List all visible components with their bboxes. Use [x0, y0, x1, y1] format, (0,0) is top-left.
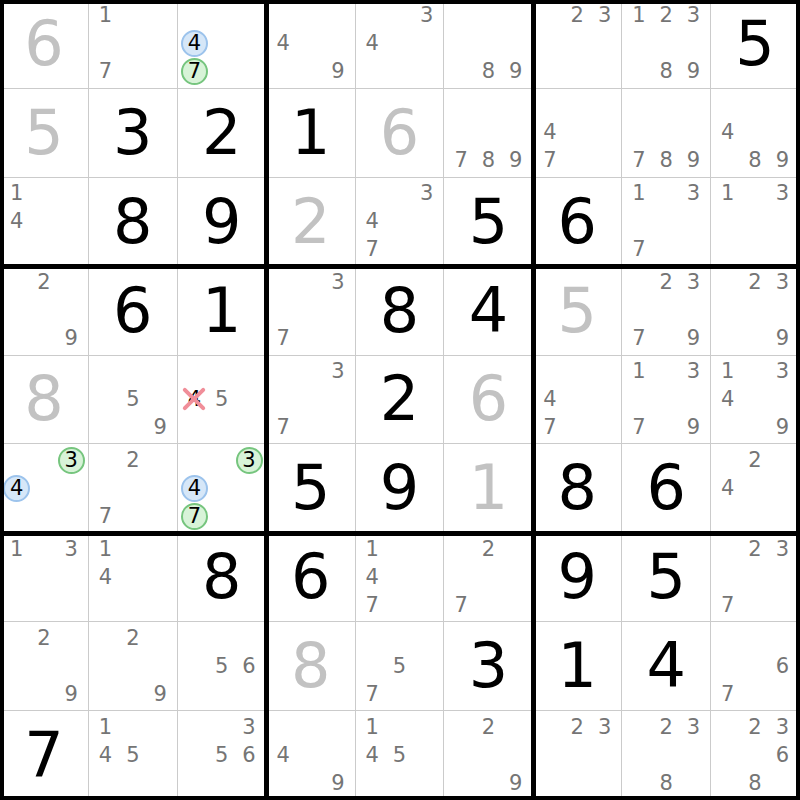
- candidate-3[interactable]: 3: [680, 358, 707, 386]
- cell-r7c3[interactable]: 8: [178, 533, 267, 622]
- solved-digit: 6: [469, 368, 508, 430]
- cell-r1c3[interactable]: 47: [178, 0, 267, 89]
- candidate-1[interactable]: 1: [92, 2, 119, 30]
- cell-r7c8[interactable]: 5: [622, 533, 711, 622]
- cell-r8c6[interactable]: 3: [444, 622, 533, 711]
- candidate-7[interactable]: 7: [270, 325, 297, 353]
- cell-r2c1[interactable]: 5: [0, 89, 89, 178]
- cell-r6c2[interactable]: 27: [89, 444, 178, 533]
- candidate-3[interactable]: 3: [680, 269, 707, 297]
- candidate-3-circled-green[interactable]: 3: [58, 447, 85, 474]
- solved-digit: 8: [24, 368, 63, 430]
- candidate-3[interactable]: 3: [591, 2, 618, 30]
- candidate-9[interactable]: 9: [502, 769, 529, 797]
- candidate-2[interactable]: 2: [653, 2, 680, 30]
- cell-r8c5[interactable]: 57: [356, 622, 445, 711]
- given-digit: 1: [291, 102, 330, 164]
- candidate-1[interactable]: 1: [714, 180, 741, 208]
- cell-r3c6[interactable]: 5: [444, 178, 533, 267]
- given-digit: 1: [202, 280, 241, 342]
- pencil-marks: 237: [711, 533, 799, 621]
- candidate-2[interactable]: 2: [741, 446, 768, 474]
- cell-r2c5[interactable]: 6: [356, 89, 445, 178]
- cell-r5c9[interactable]: 1349: [711, 356, 800, 445]
- candidate-4[interactable]: 4: [359, 563, 386, 591]
- given-digit: 8: [380, 280, 419, 342]
- candidate-4-crossed-out[interactable]: 4: [181, 386, 208, 414]
- candidate-2[interactable]: 2: [741, 535, 768, 563]
- cell-r9c6[interactable]: 29: [444, 711, 533, 800]
- cell-r5c2[interactable]: 59: [89, 356, 178, 445]
- pencil-marks: 49: [267, 0, 355, 88]
- candidate-4[interactable]: 4: [714, 386, 741, 414]
- candidate-7[interactable]: 7: [447, 591, 474, 619]
- cell-r5c7[interactable]: 47: [533, 356, 622, 445]
- cell-r5c3[interactable]: 45: [178, 356, 267, 445]
- given-digit: 5: [646, 546, 685, 608]
- given-digit: 5: [469, 191, 508, 253]
- candidate-3[interactable]: 3: [769, 713, 796, 741]
- given-digit: 4: [646, 635, 685, 697]
- candidate-1[interactable]: 1: [625, 2, 652, 30]
- solved-digit: 6: [380, 102, 419, 164]
- candidate-3[interactable]: 3: [591, 713, 618, 741]
- given-digit: 6: [646, 457, 685, 519]
- candidate-3[interactable]: 3: [413, 2, 440, 30]
- cell-r1c7[interactable]: 23: [533, 0, 622, 89]
- candidate-8[interactable]: 8: [653, 147, 680, 175]
- cell-r8c8[interactable]: 4: [622, 622, 711, 711]
- cell-r8c3[interactable]: 56: [178, 622, 267, 711]
- cell-r3c1[interactable]: 14: [0, 178, 89, 267]
- candidate-3[interactable]: 3: [324, 358, 351, 386]
- pencil-marks: 34: [356, 0, 444, 88]
- pencil-marks: 56: [178, 622, 266, 710]
- cell-r2c2[interactable]: 3: [89, 89, 178, 178]
- candidate-2[interactable]: 2: [653, 269, 680, 297]
- cell-r3c4[interactable]: 2: [267, 178, 356, 267]
- candidate-4[interactable]: 4: [92, 741, 119, 769]
- candidate-2[interactable]: 2: [475, 535, 502, 563]
- given-digit: 8: [202, 546, 241, 608]
- cell-r3c3[interactable]: 9: [178, 178, 267, 267]
- cell-r5c4[interactable]: 37: [267, 356, 356, 445]
- cell-r5c1[interactable]: 8: [0, 356, 89, 445]
- candidate-7[interactable]: 7: [625, 236, 652, 264]
- pencil-marks: 347: [178, 444, 266, 532]
- candidate-1[interactable]: 1: [359, 535, 386, 563]
- pencil-marks: 238: [622, 711, 710, 799]
- cell-r4c5[interactable]: 8: [356, 267, 445, 356]
- given-digit: 2: [380, 368, 419, 430]
- pencil-marks: 147: [356, 533, 444, 621]
- cell-r8c4[interactable]: 8: [267, 622, 356, 711]
- cell-r4c1[interactable]: 29: [0, 267, 89, 356]
- given-digit: 6: [113, 280, 152, 342]
- cell-r1c2[interactable]: 17: [89, 0, 178, 89]
- candidate-1[interactable]: 1: [359, 713, 386, 741]
- cell-r2c6[interactable]: 789: [444, 89, 533, 178]
- candidate-4[interactable]: 4: [359, 741, 386, 769]
- candidate-1[interactable]: 1: [92, 535, 119, 563]
- pencil-marks: 57: [356, 622, 444, 710]
- cell-r6c7[interactable]: 8: [533, 444, 622, 533]
- pencil-marks: 145: [89, 711, 177, 799]
- candidate-2[interactable]: 2: [564, 2, 591, 30]
- given-digit: 3: [469, 635, 508, 697]
- given-digit: 8: [558, 457, 597, 519]
- cell-r7c9[interactable]: 237: [711, 533, 800, 622]
- cell-r9c8[interactable]: 238: [622, 711, 711, 800]
- box-line-horizontal-1: [0, 264, 800, 269]
- pencil-marks: 37: [267, 267, 355, 355]
- cell-r5c6[interactable]: 6: [444, 356, 533, 445]
- cell-r9c7[interactable]: 23: [533, 711, 622, 800]
- candidate-3[interactable]: 3: [324, 269, 351, 297]
- pencil-marks: 14: [89, 533, 177, 621]
- board-border-left: [0, 0, 4, 800]
- pencil-marks: 47: [533, 89, 621, 177]
- candidate-2[interactable]: 2: [741, 269, 768, 297]
- candidate-3[interactable]: 3: [680, 713, 707, 741]
- candidate-5[interactable]: 5: [119, 386, 146, 414]
- solved-digit: 1: [469, 457, 508, 519]
- cell-r8c2[interactable]: 29: [89, 622, 178, 711]
- pencil-marks: 13: [0, 533, 88, 621]
- candidate-6[interactable]: 6: [235, 652, 262, 680]
- board-border-right: [796, 0, 800, 800]
- given-digit: 5: [735, 13, 774, 75]
- candidate-4-circled-blue[interactable]: 4: [181, 30, 208, 57]
- cell-r7c4[interactable]: 6: [267, 533, 356, 622]
- cell-r9c4[interactable]: 49: [267, 711, 356, 800]
- candidate-5[interactable]: 5: [386, 741, 413, 769]
- candidate-5[interactable]: 5: [208, 741, 235, 769]
- candidate-3-circled-green[interactable]: 3: [236, 447, 263, 474]
- cell-r7c1[interactable]: 13: [0, 533, 89, 622]
- candidate-3[interactable]: 3: [769, 269, 796, 297]
- candidate-6[interactable]: 6: [769, 741, 796, 769]
- candidate-4[interactable]: 4: [714, 119, 741, 147]
- given-digit: 9: [202, 191, 241, 253]
- cell-r9c1[interactable]: 7: [0, 711, 89, 800]
- candidate-3[interactable]: 3: [769, 180, 796, 208]
- box-line-horizontal-2: [0, 531, 800, 536]
- given-digit: 7: [24, 724, 63, 786]
- cell-r8c1[interactable]: 29: [0, 622, 89, 711]
- pencil-marks: 89: [444, 0, 532, 88]
- given-digit: 1: [558, 635, 597, 697]
- candidate-9[interactable]: 9: [502, 147, 529, 175]
- cell-r6c8[interactable]: 6: [622, 444, 711, 533]
- candidate-5[interactable]: 5: [386, 652, 413, 680]
- pencil-marks: 49: [267, 711, 355, 799]
- cell-r4c8[interactable]: 2379: [622, 267, 711, 356]
- pencil-marks: 59: [89, 356, 177, 444]
- cell-r1c8[interactable]: 12389: [622, 0, 711, 89]
- pencil-marks: 17: [89, 0, 177, 88]
- pencil-marks: 145: [356, 711, 444, 799]
- candidate-7[interactable]: 7: [625, 413, 652, 441]
- cell-r3c2[interactable]: 8: [89, 178, 178, 267]
- cell-r4c6[interactable]: 4: [444, 267, 533, 356]
- candidate-7[interactable]: 7: [625, 325, 652, 353]
- candidate-7[interactable]: 7: [92, 502, 119, 530]
- given-digit: 9: [380, 457, 419, 519]
- given-digit: 5: [291, 457, 330, 519]
- candidate-1[interactable]: 1: [625, 180, 652, 208]
- candidate-1[interactable]: 1: [3, 180, 30, 208]
- candidate-9[interactable]: 9: [58, 680, 85, 708]
- pencil-marks: 47: [178, 0, 266, 88]
- candidate-9[interactable]: 9: [680, 58, 707, 86]
- cell-r7c7[interactable]: 9: [533, 533, 622, 622]
- candidate-3[interactable]: 3: [769, 358, 796, 386]
- candidate-7-circled-green[interactable]: 7: [181, 58, 208, 85]
- pencil-marks: 2368: [711, 711, 799, 799]
- candidate-9[interactable]: 9: [680, 413, 707, 441]
- solved-digit: 2: [291, 191, 330, 253]
- cell-r7c2[interactable]: 14: [89, 533, 178, 622]
- candidate-2[interactable]: 2: [741, 713, 768, 741]
- candidate-4[interactable]: 4: [536, 119, 563, 147]
- candidate-7[interactable]: 7: [359, 236, 386, 264]
- cell-r7c5[interactable]: 147: [356, 533, 445, 622]
- candidate-1[interactable]: 1: [714, 358, 741, 386]
- pencil-marks: 29: [0, 622, 88, 710]
- cell-r4c7[interactable]: 5: [533, 267, 622, 356]
- candidate-7[interactable]: 7: [359, 680, 386, 708]
- pencil-marks: 29: [89, 622, 177, 710]
- candidate-3[interactable]: 3: [58, 535, 85, 563]
- cell-r2c7[interactable]: 47: [533, 89, 622, 178]
- candidate-2[interactable]: 2: [30, 624, 57, 652]
- box-line-vertical-1: [264, 0, 269, 800]
- candidate-8[interactable]: 8: [653, 769, 680, 797]
- pencil-marks: 34: [0, 444, 88, 532]
- candidate-7[interactable]: 7: [447, 147, 474, 175]
- given-digit: 4: [469, 280, 508, 342]
- candidate-7[interactable]: 7: [92, 58, 119, 86]
- candidate-7[interactable]: 7: [359, 591, 386, 619]
- candidate-1[interactable]: 1: [625, 358, 652, 386]
- candidate-3[interactable]: 3: [413, 180, 440, 208]
- pencil-marks: 13: [711, 178, 799, 266]
- box-line-vertical-2: [531, 0, 536, 800]
- cell-r6c6[interactable]: 1: [444, 444, 533, 533]
- pencil-marks: 2379: [622, 267, 710, 355]
- cell-r2c8[interactable]: 789: [622, 89, 711, 178]
- solved-digit: 6: [24, 13, 63, 75]
- pencil-marks: 29: [444, 711, 532, 799]
- candidate-4[interactable]: 4: [359, 208, 386, 236]
- pencil-marks: 67: [711, 622, 799, 710]
- cell-r5c8[interactable]: 1379: [622, 356, 711, 445]
- candidate-9[interactable]: 9: [502, 58, 529, 86]
- cell-r2c4[interactable]: 1: [267, 89, 356, 178]
- cell-r7c6[interactable]: 27: [444, 533, 533, 622]
- cell-r2c3[interactable]: 2: [178, 89, 267, 178]
- candidate-2[interactable]: 2: [564, 713, 591, 741]
- candidate-2[interactable]: 2: [30, 269, 57, 297]
- cell-r5c5[interactable]: 2: [356, 356, 445, 445]
- candidate-2[interactable]: 2: [475, 713, 502, 741]
- candidate-9[interactable]: 9: [769, 413, 796, 441]
- given-digit: 6: [291, 546, 330, 608]
- candidate-9[interactable]: 9: [146, 680, 173, 708]
- pencil-marks: 47: [533, 356, 621, 444]
- pencil-marks: 29: [0, 267, 88, 355]
- cell-r9c9[interactable]: 2368: [711, 711, 800, 800]
- cell-r9c3[interactable]: 356: [178, 711, 267, 800]
- candidate-1[interactable]: 1: [92, 713, 119, 741]
- pencil-marks: 489: [711, 89, 799, 177]
- cell-r6c1[interactable]: 34: [0, 444, 89, 533]
- candidate-7[interactable]: 7: [536, 413, 563, 441]
- cell-r1c6[interactable]: 89: [444, 0, 533, 89]
- candidate-5[interactable]: 5: [119, 741, 146, 769]
- candidate-3[interactable]: 3: [680, 2, 707, 30]
- candidate-1[interactable]: 1: [3, 535, 30, 563]
- cell-r3c9[interactable]: 13: [711, 178, 800, 267]
- pencil-marks: 27: [89, 444, 177, 532]
- candidate-4[interactable]: 4: [270, 741, 297, 769]
- candidate-2[interactable]: 2: [119, 446, 146, 474]
- candidate-4[interactable]: 4: [92, 563, 119, 591]
- solved-digit: 8: [291, 635, 330, 697]
- candidate-8[interactable]: 8: [475, 58, 502, 86]
- sudoku-board: 6174749348923123895532167894778948914892…: [0, 0, 800, 800]
- cell-r3c8[interactable]: 137: [622, 178, 711, 267]
- cell-r4c2[interactable]: 6: [89, 267, 178, 356]
- cell-r6c5[interactable]: 9: [356, 444, 445, 533]
- pencil-marks: 14: [0, 178, 88, 266]
- cell-r6c9[interactable]: 24: [711, 444, 800, 533]
- candidate-9[interactable]: 9: [769, 325, 796, 353]
- candidate-4-circled-blue[interactable]: 4: [3, 475, 30, 502]
- pencil-marks: 137: [622, 178, 710, 266]
- candidate-6[interactable]: 6: [235, 741, 262, 769]
- given-digit: 2: [202, 102, 241, 164]
- pencil-marks: 23: [533, 711, 621, 799]
- pencil-marks: 789: [444, 89, 532, 177]
- cell-r6c3[interactable]: 347: [178, 444, 267, 533]
- candidate-7[interactable]: 7: [714, 680, 741, 708]
- candidate-3[interactable]: 3: [235, 713, 262, 741]
- cell-r1c9[interactable]: 5: [711, 0, 800, 89]
- candidate-7[interactable]: 7: [714, 591, 741, 619]
- cell-r3c7[interactable]: 6: [533, 178, 622, 267]
- candidate-4-circled-blue[interactable]: 4: [181, 475, 208, 502]
- cell-r3c5[interactable]: 347: [356, 178, 445, 267]
- board-border-bottom: [0, 796, 800, 800]
- cell-r9c2[interactable]: 145: [89, 711, 178, 800]
- candidate-3[interactable]: 3: [769, 535, 796, 563]
- cell-r4c9[interactable]: 239: [711, 267, 800, 356]
- candidate-8[interactable]: 8: [741, 147, 768, 175]
- candidate-9[interactable]: 9: [769, 147, 796, 175]
- candidate-4[interactable]: 4: [536, 386, 563, 414]
- candidate-2[interactable]: 2: [653, 713, 680, 741]
- cell-r1c1[interactable]: 6: [0, 0, 89, 89]
- candidate-9[interactable]: 9: [146, 413, 173, 441]
- candidate-9[interactable]: 9: [680, 325, 707, 353]
- cell-r8c9[interactable]: 67: [711, 622, 800, 711]
- pencil-marks: 37: [267, 356, 355, 444]
- pencil-marks: 12389: [622, 0, 710, 88]
- board-border-top: [0, 0, 800, 4]
- pencil-marks: 1349: [711, 356, 799, 444]
- candidate-8[interactable]: 8: [653, 58, 680, 86]
- candidate-2[interactable]: 2: [119, 624, 146, 652]
- pencil-marks: 27: [444, 533, 532, 621]
- candidate-6[interactable]: 6: [769, 652, 796, 680]
- candidate-9[interactable]: 9: [680, 147, 707, 175]
- candidate-4[interactable]: 4: [714, 474, 741, 502]
- given-digit: 3: [113, 102, 152, 164]
- candidate-7[interactable]: 7: [536, 147, 563, 175]
- pencil-marks: 347: [356, 178, 444, 266]
- candidate-4[interactable]: 4: [3, 208, 30, 236]
- cell-r6c4[interactable]: 5: [267, 444, 356, 533]
- solved-digit: 5: [558, 280, 597, 342]
- candidate-5[interactable]: 5: [208, 386, 235, 414]
- candidate-7[interactable]: 7: [625, 147, 652, 175]
- cell-r4c4[interactable]: 37: [267, 267, 356, 356]
- cell-r1c4[interactable]: 49: [267, 0, 356, 89]
- candidate-5[interactable]: 5: [208, 652, 235, 680]
- solved-digit: 5: [24, 102, 63, 164]
- candidate-4[interactable]: 4: [270, 30, 297, 58]
- cell-r8c7[interactable]: 1: [533, 622, 622, 711]
- given-digit: 8: [113, 191, 152, 253]
- cell-r9c5[interactable]: 145: [356, 711, 445, 800]
- cell-r1c5[interactable]: 34: [356, 0, 445, 89]
- candidate-3[interactable]: 3: [680, 180, 707, 208]
- pencil-marks: 1379: [622, 356, 710, 444]
- candidate-8[interactable]: 8: [475, 147, 502, 175]
- pencil-marks: 239: [711, 267, 799, 355]
- cell-r4c3[interactable]: 1: [178, 267, 267, 356]
- candidate-9[interactable]: 9: [324, 769, 351, 797]
- candidate-4[interactable]: 4: [359, 30, 386, 58]
- pencil-marks: 356: [178, 711, 266, 799]
- cell-r2c9[interactable]: 489: [711, 89, 800, 178]
- candidate-8[interactable]: 8: [741, 769, 768, 797]
- pencil-marks: 789: [622, 89, 710, 177]
- candidate-9[interactable]: 9: [324, 58, 351, 86]
- candidate-7-circled-green[interactable]: 7: [181, 503, 208, 530]
- pencil-marks: 45: [178, 356, 266, 444]
- given-digit: 9: [558, 546, 597, 608]
- candidate-9[interactable]: 9: [58, 325, 85, 353]
- candidate-7[interactable]: 7: [270, 413, 297, 441]
- given-digit: 6: [558, 191, 597, 253]
- pencil-marks: 24: [711, 444, 799, 532]
- pencil-marks: 23: [533, 0, 621, 88]
